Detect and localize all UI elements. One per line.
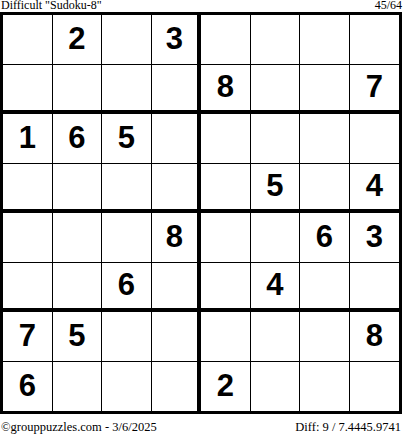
cell-r2c7[interactable]: [300, 65, 350, 115]
cell-r3c8[interactable]: [350, 114, 400, 164]
cell-r1c2: 2: [53, 15, 103, 65]
cell-r5c7: 6: [300, 213, 350, 263]
cell-r3c2: 6: [53, 114, 103, 164]
cell-r4c8: 4: [350, 164, 400, 214]
cell-r8c6[interactable]: [251, 362, 301, 412]
cell-r8c1: 6: [3, 362, 53, 412]
cell-r7c6[interactable]: [251, 312, 301, 362]
cell-r8c3[interactable]: [102, 362, 152, 412]
cell-r4c6: 5: [251, 164, 301, 214]
cell-r1c8[interactable]: [350, 15, 400, 65]
cell-r2c1[interactable]: [3, 65, 53, 115]
cell-r8c2[interactable]: [53, 362, 103, 412]
empty-cell-counter: 45/64: [375, 0, 402, 11]
cell-r2c3[interactable]: [102, 65, 152, 115]
copyright-text: ©grouppuzzles.com - 3/6/2025: [1, 421, 157, 434]
cell-r8c8[interactable]: [350, 362, 400, 412]
cell-r4c5[interactable]: [201, 164, 251, 214]
header: Difficult "Sudoku-8" 45/64: [0, 0, 403, 12]
cell-r4c1[interactable]: [3, 164, 53, 214]
cell-r3c7[interactable]: [300, 114, 350, 164]
cell-r3c5[interactable]: [201, 114, 251, 164]
cell-r3c6[interactable]: [251, 114, 301, 164]
sudoku-board: 2387165548636475862: [0, 12, 402, 414]
cell-r5c2[interactable]: [53, 213, 103, 263]
cell-r7c5[interactable]: [201, 312, 251, 362]
cell-r5c4: 8: [152, 213, 202, 263]
cell-r6c3: 6: [102, 263, 152, 313]
cell-r7c3[interactable]: [102, 312, 152, 362]
puzzle-title: Difficult "Sudoku-8": [1, 0, 102, 11]
cell-r7c8: 8: [350, 312, 400, 362]
cell-r3c3: 5: [102, 114, 152, 164]
cell-r5c1[interactable]: [3, 213, 53, 263]
cell-r6c8[interactable]: [350, 263, 400, 313]
cell-r5c8: 3: [350, 213, 400, 263]
cell-r8c4[interactable]: [152, 362, 202, 412]
cell-r3c4[interactable]: [152, 114, 202, 164]
cell-r2c8: 7: [350, 65, 400, 115]
cell-r5c5[interactable]: [201, 213, 251, 263]
cell-r6c2[interactable]: [53, 263, 103, 313]
cell-r1c5[interactable]: [201, 15, 251, 65]
cell-r1c4: 3: [152, 15, 202, 65]
cell-r2c4[interactable]: [152, 65, 202, 115]
cell-r8c7[interactable]: [300, 362, 350, 412]
cell-r3c1: 1: [3, 114, 53, 164]
cell-r6c5[interactable]: [201, 263, 251, 313]
cell-r1c6[interactable]: [251, 15, 301, 65]
cell-r6c7[interactable]: [300, 263, 350, 313]
difficulty-text: Diff: 9 / 7.4445.9741: [295, 421, 401, 434]
cell-r5c6[interactable]: [251, 213, 301, 263]
cell-r4c2[interactable]: [53, 164, 103, 214]
sudoku-page: Difficult "Sudoku-8" 45/64 2387165548636…: [0, 0, 403, 437]
cell-r1c7[interactable]: [300, 15, 350, 65]
cell-r4c3[interactable]: [102, 164, 152, 214]
cell-r1c3[interactable]: [102, 15, 152, 65]
cell-r5c3[interactable]: [102, 213, 152, 263]
cell-r6c1[interactable]: [3, 263, 53, 313]
cell-r2c6[interactable]: [251, 65, 301, 115]
cell-r7c1: 7: [3, 312, 53, 362]
cell-r4c4[interactable]: [152, 164, 202, 214]
cell-r4c7[interactable]: [300, 164, 350, 214]
cell-r2c5: 8: [201, 65, 251, 115]
cell-r6c4[interactable]: [152, 263, 202, 313]
cell-r7c4[interactable]: [152, 312, 202, 362]
cell-r8c5: 2: [201, 362, 251, 412]
cell-r2c2[interactable]: [53, 65, 103, 115]
cell-r7c7[interactable]: [300, 312, 350, 362]
cell-r6c6: 4: [251, 263, 301, 313]
cell-r1c1[interactable]: [3, 15, 53, 65]
footer: ©grouppuzzles.com - 3/6/2025 Diff: 9 / 7…: [0, 421, 403, 434]
cell-r7c2: 5: [53, 312, 103, 362]
